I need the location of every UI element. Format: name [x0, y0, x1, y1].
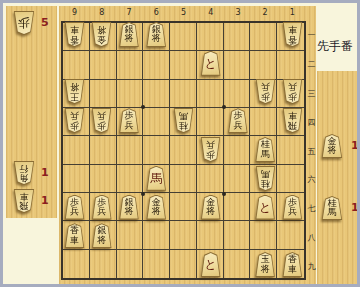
turn-indicator: 先手番	[317, 39, 360, 53]
board-cell-7六[interactable]	[117, 165, 144, 193]
rank-label-5: 五	[307, 147, 316, 156]
shogi-piece-sente-歩兵[interactable]: 歩兵	[91, 195, 112, 220]
board-cell-5七[interactable]	[170, 193, 197, 221]
shogi-piece-gote-歩兵[interactable]: 歩兵	[255, 79, 276, 104]
board-cell-2二[interactable]	[250, 51, 277, 79]
piece-kanji: と	[205, 258, 217, 271]
shogi-piece-sente-香車[interactable]: 香車	[282, 252, 303, 277]
board-cell-8六[interactable]	[90, 165, 117, 193]
shogi-piece-gote-王将[interactable]: 王将	[64, 79, 85, 104]
shogi-piece-sente-桂馬[interactable]: 桂馬	[255, 137, 276, 162]
board-cell-1五[interactable]	[277, 136, 304, 164]
piece-kanji: 歩	[288, 92, 297, 102]
board-cell-4一[interactable]	[197, 23, 224, 51]
shogi-piece-gote-飛車[interactable]: 飛車	[282, 108, 303, 133]
sente-hand-count-金将: 1	[351, 139, 359, 152]
shogi-piece-sente-と[interactable]: と	[255, 195, 276, 220]
shogi-piece-gote-金将[interactable]: 金将	[91, 22, 112, 47]
board-cell-9五[interactable]	[63, 136, 90, 164]
board-cell-3六[interactable]	[224, 165, 251, 193]
file-label-5: 5	[176, 8, 192, 17]
board-cell-1六[interactable]	[277, 165, 304, 193]
shogi-piece-sente-銀将[interactable]: 銀将	[119, 195, 140, 220]
board-cell-6三[interactable]	[143, 80, 170, 108]
board-cell-7三[interactable]	[117, 80, 144, 108]
rank-label-9: 九	[307, 262, 316, 271]
piece-kanji: 将	[70, 82, 79, 92]
gote-hand-tray	[6, 6, 57, 218]
board-cell-5九[interactable]	[170, 250, 197, 278]
gote-hand-count-飛車: 1	[41, 194, 49, 207]
piece-kanji: 兵	[233, 121, 242, 131]
piece-kanji: と	[205, 57, 217, 70]
rank-label-8: 八	[307, 233, 316, 242]
board-cell-5五[interactable]	[170, 136, 197, 164]
shogi-piece-gote-歩兵[interactable]: 歩兵	[91, 108, 112, 133]
board-cell-5二[interactable]	[170, 51, 197, 79]
board-cell-4三[interactable]	[197, 80, 224, 108]
board-cell-3五[interactable]	[224, 136, 251, 164]
board-cell-9六[interactable]	[63, 165, 90, 193]
board-cell-6五[interactable]	[143, 136, 170, 164]
board-cell-3一[interactable]	[224, 23, 251, 51]
piece-kanji: 飛	[288, 121, 297, 131]
board-cell-7八[interactable]	[117, 221, 144, 249]
piece-kanji: 歩	[206, 150, 215, 160]
shogi-piece-gote-飛車[interactable]: 飛車	[13, 189, 35, 213]
shogi-piece-gote-歩[interactable]: 歩	[13, 11, 35, 35]
shogi-app-window: 先手番 987654321一二三四五六七八九香車金将銀将銀将香車と王将歩兵歩兵歩…	[0, 0, 360, 287]
board-cell-8二[interactable]	[90, 51, 117, 79]
gote-hand-count-角行: 1	[41, 166, 49, 179]
board-cell-4四[interactable]	[197, 108, 224, 136]
board-cell-7五[interactable]	[117, 136, 144, 164]
shogi-piece-sente-歩兵[interactable]: 歩兵	[227, 108, 248, 133]
piece-kanji: 歩	[70, 121, 79, 131]
file-label-7: 7	[121, 8, 137, 17]
rank-label-7: 七	[307, 204, 316, 213]
shogi-piece-sente-歩兵[interactable]: 歩兵	[119, 108, 140, 133]
board-cell-1八[interactable]	[277, 221, 304, 249]
shogi-piece-sente-と[interactable]: と	[200, 51, 221, 76]
board-cell-2四[interactable]	[250, 108, 277, 136]
board-cell-8九[interactable]	[90, 250, 117, 278]
piece-kanji: 将	[125, 207, 134, 217]
piece-kanji: 香	[70, 34, 79, 44]
piece-kanji: 行	[20, 164, 29, 174]
piece-kanji: 馬	[328, 208, 337, 218]
piece-kanji: 将	[152, 34, 161, 44]
board-cell-2一[interactable]	[250, 23, 277, 51]
file-label-6: 6	[148, 8, 164, 17]
piece-kanji: 兵	[261, 82, 270, 92]
piece-kanji: 将	[152, 207, 161, 217]
board-cell-6八[interactable]	[143, 221, 170, 249]
shogi-piece-sente-歩兵[interactable]: 歩兵	[64, 195, 85, 220]
piece-kanji: 将	[328, 146, 337, 156]
board-cell-1二[interactable]	[277, 51, 304, 79]
piece-kanji: 将	[261, 265, 270, 275]
shogi-piece-gote-歩兵[interactable]: 歩兵	[282, 79, 303, 104]
file-label-4: 4	[203, 8, 219, 17]
sente-hand-count-桂馬: 1	[351, 201, 359, 214]
board-cell-8三[interactable]	[90, 80, 117, 108]
board-cell-9二[interactable]	[63, 51, 90, 79]
board-cell-6四[interactable]	[143, 108, 170, 136]
shogi-piece-sente-歩兵[interactable]: 歩兵	[282, 195, 303, 220]
board-cell-3八[interactable]	[224, 221, 251, 249]
board-cell-5八[interactable]	[170, 221, 197, 249]
file-label-9: 9	[67, 8, 83, 17]
board-cell-5六[interactable]	[170, 165, 197, 193]
piece-kanji: 歩	[261, 92, 270, 102]
piece-kanji: 歩	[97, 121, 106, 131]
piece-kanji: 馬	[179, 111, 188, 121]
piece-kanji: 桂	[179, 121, 188, 131]
file-label-8: 8	[94, 8, 110, 17]
piece-kanji: 歩	[18, 17, 30, 30]
piece-kanji: 将	[125, 34, 134, 44]
piece-kanji: 車	[20, 192, 29, 202]
piece-kanji: 兵	[70, 111, 79, 121]
shogi-piece-sente-金将[interactable]: 金将	[321, 134, 343, 158]
piece-kanji: 金	[97, 34, 106, 44]
shogi-piece-gote-香車[interactable]: 香車	[64, 22, 85, 47]
shogi-piece-sente-銀将[interactable]: 銀将	[119, 22, 140, 47]
board-cell-3三[interactable]	[224, 80, 251, 108]
board-cell-5一[interactable]	[170, 23, 197, 51]
piece-kanji: 将	[206, 207, 215, 217]
board-cell-9九[interactable]	[63, 250, 90, 278]
piece-kanji: 王	[70, 92, 79, 102]
board-cell-3二[interactable]	[224, 51, 251, 79]
board-cell-6九[interactable]	[143, 250, 170, 278]
piece-kanji: 将	[97, 236, 106, 246]
piece-kanji: 角	[20, 173, 29, 183]
piece-kanji: と	[259, 201, 271, 214]
board-cell-7二[interactable]	[117, 51, 144, 79]
file-label-2: 2	[257, 8, 273, 17]
piece-kanji: 車	[288, 25, 297, 35]
shogi-piece-sente-と[interactable]: と	[200, 252, 221, 277]
board-cell-4八[interactable]	[197, 221, 224, 249]
rank-label-2: 二	[307, 60, 316, 69]
piece-kanji: 兵	[70, 207, 79, 217]
piece-kanji: 兵	[206, 140, 215, 150]
rank-label-1: 一	[307, 31, 316, 40]
piece-kanji: 将	[97, 25, 106, 35]
piece-kanji: 馬	[261, 169, 270, 179]
piece-kanji: 桂	[261, 178, 270, 188]
shogi-piece-sente-金将[interactable]: 金将	[200, 195, 221, 220]
piece-kanji: 兵	[288, 82, 297, 92]
rank-label-3: 三	[307, 89, 316, 98]
piece-kanji: 兵	[97, 111, 106, 121]
piece-kanji: 車	[288, 265, 297, 275]
piece-kanji: 車	[70, 25, 79, 35]
piece-kanji: 兵	[97, 207, 106, 217]
shogi-piece-sente-桂馬[interactable]: 桂馬	[321, 196, 343, 220]
shogi-piece-gote-歩兵[interactable]: 歩兵	[200, 137, 221, 162]
piece-kanji: 兵	[288, 207, 297, 217]
sente-hand-tray	[317, 71, 360, 286]
rank-label-4: 四	[307, 118, 316, 127]
board-cell-5三[interactable]	[170, 80, 197, 108]
rank-label-6: 六	[307, 175, 316, 184]
board-cell-6二[interactable]	[143, 51, 170, 79]
shogi-piece-sente-馬[interactable]: 馬	[146, 166, 167, 191]
shogi-piece-sente-銀将[interactable]: 銀将	[146, 22, 167, 47]
shogi-piece-sente-金将[interactable]: 金将	[146, 195, 167, 220]
board-cell-3九[interactable]	[224, 250, 251, 278]
board-cell-4六[interactable]	[197, 165, 224, 193]
shogi-piece-sente-銀将[interactable]: 銀将	[91, 223, 112, 248]
piece-kanji: 香	[288, 34, 297, 44]
piece-kanji: 馬	[150, 172, 162, 185]
shogi-piece-gote-桂馬[interactable]: 桂馬	[173, 108, 194, 133]
piece-kanji: 兵	[125, 121, 134, 131]
shogi-piece-gote-角行[interactable]: 角行	[13, 161, 35, 185]
shogi-piece-gote-桂馬[interactable]: 桂馬	[255, 166, 276, 191]
shogi-piece-sente-玉将[interactable]: 玉将	[255, 252, 276, 277]
board-cell-3七[interactable]	[224, 193, 251, 221]
board-cell-2八[interactable]	[250, 221, 277, 249]
star-point	[141, 192, 145, 196]
board-cell-7九[interactable]	[117, 250, 144, 278]
file-label-1: 1	[284, 8, 300, 17]
file-label-3: 3	[230, 8, 246, 17]
shogi-piece-gote-歩兵[interactable]: 歩兵	[64, 108, 85, 133]
piece-kanji: 車	[70, 236, 79, 246]
shogi-piece-gote-香車[interactable]: 香車	[282, 22, 303, 47]
gote-hand-count-歩: 5	[41, 16, 49, 29]
shogi-piece-sente-香車[interactable]: 香車	[64, 223, 85, 248]
piece-kanji: 車	[288, 111, 297, 121]
piece-kanji: 飛	[20, 201, 29, 211]
board-cell-8五[interactable]	[90, 136, 117, 164]
piece-kanji: 馬	[261, 150, 270, 160]
